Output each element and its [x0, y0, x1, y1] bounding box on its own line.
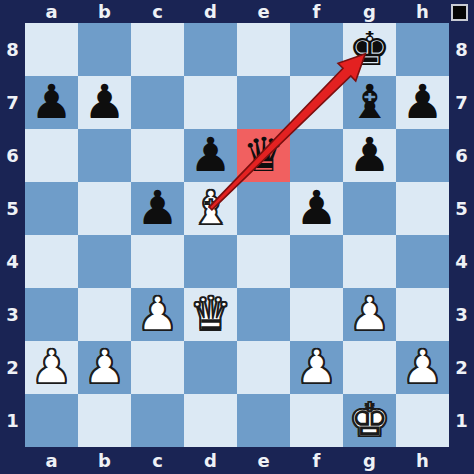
square-a8[interactable]	[25, 23, 78, 76]
chess-board: ♚♟♟♝♟♟♛♟♟♝♟♟♛♟♟♟♟♟♚	[25, 23, 449, 447]
piece-black-pawn: ♟	[295, 181, 337, 234]
rank-label-7: 7	[449, 76, 474, 129]
square-g5[interactable]	[343, 182, 396, 235]
square-c3[interactable]: ♟	[131, 288, 184, 341]
square-h2[interactable]: ♟	[396, 341, 449, 394]
piece-black-pawn: ♟	[83, 75, 125, 128]
square-g3[interactable]: ♟	[343, 288, 396, 341]
square-e5[interactable]	[237, 182, 290, 235]
rank-label-2: 2	[0, 341, 25, 394]
square-e1[interactable]	[237, 394, 290, 447]
square-d3[interactable]: ♛	[184, 288, 237, 341]
rank-label-8: 8	[0, 23, 25, 76]
square-d4[interactable]	[184, 235, 237, 288]
square-e4[interactable]	[237, 235, 290, 288]
piece-black-pawn: ♟	[348, 128, 390, 181]
square-a6[interactable]	[25, 129, 78, 182]
square-c6[interactable]	[131, 129, 184, 182]
square-e7[interactable]	[237, 76, 290, 129]
square-c1[interactable]	[131, 394, 184, 447]
file-labels-bottom: abcdefgh	[25, 447, 449, 474]
square-g2[interactable]	[343, 341, 396, 394]
file-label-f: f	[290, 447, 343, 474]
file-label-c: c	[131, 447, 184, 474]
piece-white-pawn: ♟	[30, 340, 72, 393]
file-label-f: f	[290, 0, 343, 23]
square-b7[interactable]: ♟	[78, 76, 131, 129]
rank-labels-right: 87654321	[449, 23, 474, 447]
file-label-h: h	[396, 0, 449, 23]
square-g6[interactable]: ♟	[343, 129, 396, 182]
piece-black-pawn: ♟	[189, 128, 231, 181]
piece-white-queen: ♛	[189, 287, 231, 340]
square-c8[interactable]	[131, 23, 184, 76]
square-d1[interactable]	[184, 394, 237, 447]
square-a5[interactable]	[25, 182, 78, 235]
square-h1[interactable]	[396, 394, 449, 447]
file-label-a: a	[25, 447, 78, 474]
rank-label-4: 4	[449, 235, 474, 288]
square-b6[interactable]	[78, 129, 131, 182]
file-label-b: b	[78, 447, 131, 474]
square-h7[interactable]: ♟	[396, 76, 449, 129]
square-f8[interactable]	[290, 23, 343, 76]
rank-label-3: 3	[0, 288, 25, 341]
square-h6[interactable]	[396, 129, 449, 182]
piece-white-pawn: ♟	[83, 340, 125, 393]
piece-white-pawn: ♟	[295, 340, 337, 393]
square-b4[interactable]	[78, 235, 131, 288]
square-h4[interactable]	[396, 235, 449, 288]
square-d2[interactable]	[184, 341, 237, 394]
piece-white-pawn: ♟	[348, 287, 390, 340]
square-f5[interactable]: ♟	[290, 182, 343, 235]
square-h8[interactable]	[396, 23, 449, 76]
piece-black-pawn: ♟	[30, 75, 72, 128]
rank-label-1: 1	[449, 394, 474, 447]
rank-label-6: 6	[449, 129, 474, 182]
rank-label-4: 4	[0, 235, 25, 288]
rank-label-6: 6	[0, 129, 25, 182]
square-e6[interactable]: ♛	[237, 129, 290, 182]
file-label-e: e	[237, 0, 290, 23]
rank-label-3: 3	[449, 288, 474, 341]
square-c5[interactable]: ♟	[131, 182, 184, 235]
square-h3[interactable]	[396, 288, 449, 341]
piece-white-bishop: ♝	[189, 181, 231, 234]
square-d5[interactable]: ♝	[184, 182, 237, 235]
square-c7[interactable]	[131, 76, 184, 129]
square-c4[interactable]	[131, 235, 184, 288]
file-labels-top: abcdefgh	[25, 0, 449, 23]
piece-black-pawn: ♟	[136, 181, 178, 234]
square-a2[interactable]: ♟	[25, 341, 78, 394]
rank-label-8: 8	[449, 23, 474, 76]
chess-diagram: abcdefgh abcdefgh 87654321 87654321 ♚♟♟♝…	[0, 0, 474, 474]
square-b1[interactable]	[78, 394, 131, 447]
square-b5[interactable]	[78, 182, 131, 235]
square-d6[interactable]: ♟	[184, 129, 237, 182]
file-label-h: h	[396, 447, 449, 474]
square-a3[interactable]	[25, 288, 78, 341]
file-label-a: a	[25, 0, 78, 23]
square-g4[interactable]	[343, 235, 396, 288]
file-label-g: g	[343, 447, 396, 474]
file-label-d: d	[184, 0, 237, 23]
piece-white-pawn: ♟	[401, 340, 443, 393]
square-d7[interactable]	[184, 76, 237, 129]
square-d8[interactable]	[184, 23, 237, 76]
piece-white-pawn: ♟	[136, 287, 178, 340]
side-to-move-indicator	[451, 4, 468, 21]
square-f2[interactable]: ♟	[290, 341, 343, 394]
square-b3[interactable]	[78, 288, 131, 341]
rank-labels-left: 87654321	[0, 23, 25, 447]
piece-black-pawn: ♟	[401, 75, 443, 128]
square-e8[interactable]	[237, 23, 290, 76]
square-a4[interactable]	[25, 235, 78, 288]
square-b2[interactable]: ♟	[78, 341, 131, 394]
square-a7[interactable]: ♟	[25, 76, 78, 129]
square-c2[interactable]	[131, 341, 184, 394]
square-f4[interactable]	[290, 235, 343, 288]
file-label-b: b	[78, 0, 131, 23]
square-f6[interactable]	[290, 129, 343, 182]
rank-label-7: 7	[0, 76, 25, 129]
square-g8[interactable]: ♚	[343, 23, 396, 76]
file-label-e: e	[237, 447, 290, 474]
square-f7[interactable]	[290, 76, 343, 129]
piece-black-queen: ♛	[242, 128, 284, 181]
piece-white-king: ♚	[348, 393, 390, 446]
rank-label-5: 5	[449, 182, 474, 235]
square-e2[interactable]	[237, 341, 290, 394]
file-label-g: g	[343, 0, 396, 23]
piece-black-bishop: ♝	[348, 75, 390, 128]
rank-label-2: 2	[449, 341, 474, 394]
file-label-c: c	[131, 0, 184, 23]
square-f1[interactable]	[290, 394, 343, 447]
square-g1[interactable]: ♚	[343, 394, 396, 447]
rank-label-1: 1	[0, 394, 25, 447]
piece-black-king: ♚	[348, 22, 390, 75]
square-f3[interactable]	[290, 288, 343, 341]
square-h5[interactable]	[396, 182, 449, 235]
file-label-d: d	[184, 447, 237, 474]
square-e3[interactable]	[237, 288, 290, 341]
square-b8[interactable]	[78, 23, 131, 76]
square-a1[interactable]	[25, 394, 78, 447]
rank-label-5: 5	[0, 182, 25, 235]
square-g7[interactable]: ♝	[343, 76, 396, 129]
